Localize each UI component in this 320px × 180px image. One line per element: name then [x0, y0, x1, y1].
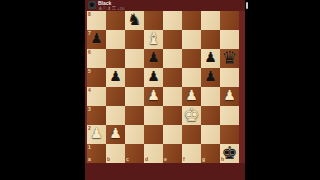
rank-label-6: 6 [88, 50, 91, 55]
square-e2[interactable] [163, 125, 182, 144]
square-c1[interactable]: c [125, 144, 144, 163]
square-g5[interactable]: ♟ [201, 68, 220, 87]
square-c6[interactable] [125, 49, 144, 68]
square-c2[interactable] [125, 125, 144, 144]
white-pawn-f4-icon[interactable]: ♟ [182, 85, 201, 106]
square-f6[interactable] [182, 49, 201, 68]
black-pawn-b5-icon[interactable]: ♟ [106, 66, 125, 87]
file-label-e: e [164, 157, 167, 162]
black-pawn-g5-icon[interactable]: ♟ [201, 66, 220, 87]
black-pawn-g6-icon[interactable]: ♟ [201, 47, 220, 68]
file-label-f: f [183, 157, 185, 162]
square-e4[interactable] [163, 87, 182, 106]
file-label-b: b [107, 157, 110, 162]
square-f1[interactable]: f [182, 144, 201, 163]
square-h8[interactable] [220, 11, 239, 30]
screenshot: ♚ Black ♙♘♗♖ +10 8♞7♟♝6♟♟♛5♟♟♟4♟♟♟3♚2♟♟1… [0, 0, 320, 180]
square-b7[interactable] [106, 30, 125, 49]
square-c7[interactable] [125, 30, 144, 49]
top-player-bar: ♚ Black ♙♘♗♖ +10 [85, 0, 245, 11]
rank-label-4: 4 [88, 88, 91, 93]
rank-label-3: 3 [88, 107, 91, 112]
square-a7[interactable]: 7♟ [87, 30, 106, 49]
white-pawn-a2-icon[interactable]: ♟ [87, 123, 106, 144]
file-label-d: d [145, 157, 148, 162]
white-pawn-d4-icon[interactable]: ♟ [144, 85, 163, 106]
black-knight-c8-icon[interactable]: ♞ [125, 9, 144, 30]
square-e5[interactable] [163, 68, 182, 87]
black-queen-h6-icon[interactable]: ♛ [220, 47, 239, 68]
square-a2[interactable]: 2♟ [87, 125, 106, 144]
square-h1[interactable]: h♚ [220, 144, 239, 163]
file-label-a: a [88, 157, 91, 162]
square-b8[interactable] [106, 11, 125, 30]
square-c3[interactable] [125, 106, 144, 125]
square-c8[interactable]: ♞ [125, 11, 144, 30]
file-label-c: c [126, 157, 129, 162]
rank-label-8: 8 [88, 12, 91, 17]
square-f2[interactable] [182, 125, 201, 144]
file-label-g: g [202, 157, 205, 162]
square-d4[interactable]: ♟ [144, 87, 163, 106]
square-d1[interactable]: d [144, 144, 163, 163]
square-h4[interactable]: ♟ [220, 87, 239, 106]
white-king-f3-icon[interactable]: ♚ [182, 104, 201, 125]
square-e1[interactable]: e [163, 144, 182, 163]
square-g4[interactable] [201, 87, 220, 106]
rank-label-1: 1 [88, 145, 91, 150]
square-a1[interactable]: 1a [87, 144, 106, 163]
square-a4[interactable]: 4 [87, 87, 106, 106]
square-g2[interactable] [201, 125, 220, 144]
square-a5[interactable]: 5 [87, 68, 106, 87]
black-pawn-d6-icon[interactable]: ♟ [144, 47, 163, 68]
black-pawn-d5-icon[interactable]: ♟ [144, 66, 163, 87]
square-g1[interactable]: g [201, 144, 220, 163]
square-b5[interactable]: ♟ [106, 68, 125, 87]
white-pawn-b2-icon[interactable]: ♟ [106, 123, 125, 144]
white-pawn-h4-icon[interactable]: ♟ [220, 85, 239, 106]
square-d2[interactable] [144, 125, 163, 144]
square-c5[interactable] [125, 68, 144, 87]
square-b4[interactable] [106, 87, 125, 106]
bottom-player-bar: ♔ White ♟♝♜ [85, 163, 245, 180]
square-b1[interactable]: b [106, 144, 125, 163]
rank-label-5: 5 [88, 69, 91, 74]
square-g3[interactable] [201, 106, 220, 125]
square-d3[interactable] [144, 106, 163, 125]
square-f7[interactable] [182, 30, 201, 49]
black-player-avatar[interactable]: ♚ [88, 1, 96, 9]
black-pawn-a7-icon[interactable]: ♟ [87, 28, 106, 49]
square-b2[interactable]: ♟ [106, 125, 125, 144]
square-e7[interactable] [163, 30, 182, 49]
square-e8[interactable] [163, 11, 182, 30]
square-a6[interactable]: 6 [87, 49, 106, 68]
square-h3[interactable] [220, 106, 239, 125]
black-king-h1-icon[interactable]: ♚ [220, 142, 239, 163]
square-c4[interactable] [125, 87, 144, 106]
white-bishop-d7-icon[interactable]: ♝ [144, 28, 163, 49]
scrollbar[interactable] [246, 2, 248, 9]
square-g8[interactable] [201, 11, 220, 30]
square-f8[interactable] [182, 11, 201, 30]
square-e3[interactable] [163, 106, 182, 125]
chess-board[interactable]: 8♞7♟♝6♟♟♛5♟♟♟4♟♟♟3♚2♟♟1abcdefgh♚ [87, 11, 239, 163]
square-h6[interactable]: ♛ [220, 49, 239, 68]
square-e6[interactable] [163, 49, 182, 68]
black-king-avatar-icon: ♚ [89, 1, 95, 9]
chess-app: ♚ Black ♙♘♗♖ +10 8♞7♟♝6♟♟♛5♟♟♟4♟♟♟3♚2♟♟1… [85, 0, 245, 180]
square-f3[interactable]: ♚ [182, 106, 201, 125]
